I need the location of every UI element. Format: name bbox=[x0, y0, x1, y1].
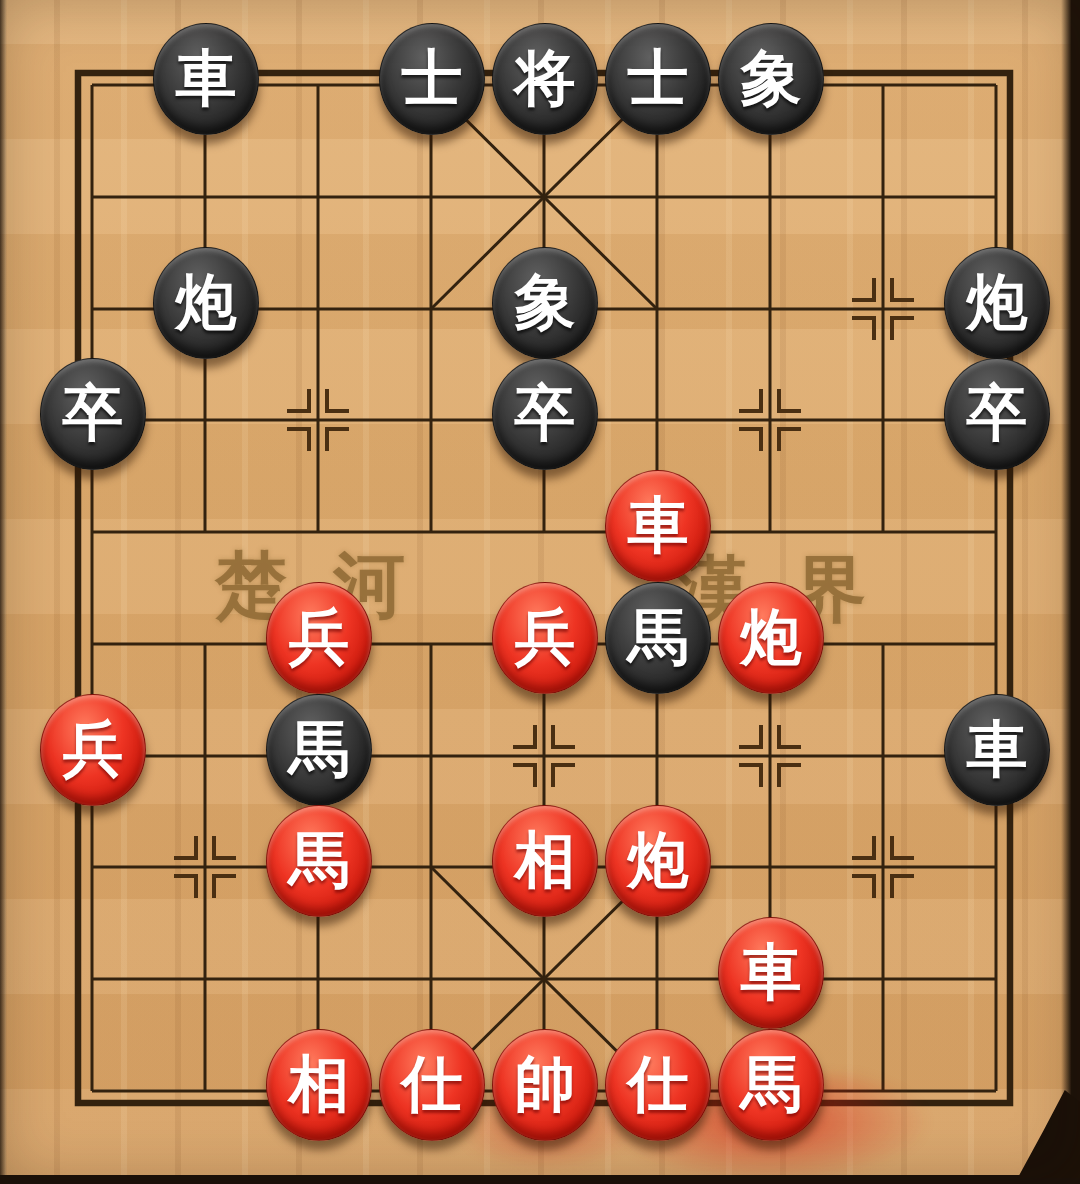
piece-glyph: 象 bbox=[741, 47, 802, 108]
piece-glyph: 仕 bbox=[628, 1053, 689, 1114]
piece-glyph: 仕 bbox=[402, 1053, 463, 1114]
piece-red-cannon[interactable]: 炮 bbox=[605, 805, 711, 917]
piece-black-cannon[interactable]: 炮 bbox=[944, 247, 1050, 359]
piece-glyph: 車 bbox=[741, 941, 802, 1002]
piece-glyph: 相 bbox=[289, 1053, 350, 1114]
piece-glyph: 兵 bbox=[289, 606, 350, 667]
piece-glyph: 炮 bbox=[967, 271, 1028, 332]
piece-glyph: 将 bbox=[515, 47, 576, 108]
piece-black-elephant[interactable]: 象 bbox=[492, 247, 598, 359]
piece-black-general[interactable]: 将 bbox=[492, 23, 598, 135]
pieces-layer: 車士将士象炮象炮卒卒卒車兵兵馬炮兵馬車馬相炮車相仕帥仕馬 bbox=[0, 0, 1080, 1184]
piece-black-chariot[interactable]: 車 bbox=[944, 694, 1050, 806]
piece-black-horse[interactable]: 馬 bbox=[266, 694, 372, 806]
piece-black-cannon[interactable]: 炮 bbox=[153, 247, 259, 359]
piece-red-horse[interactable]: 馬 bbox=[718, 1029, 824, 1141]
piece-glyph: 卒 bbox=[515, 382, 576, 443]
piece-red-advisor[interactable]: 仕 bbox=[605, 1029, 711, 1141]
piece-glyph: 馬 bbox=[628, 606, 689, 667]
piece-red-elephant[interactable]: 相 bbox=[266, 1029, 372, 1141]
piece-glyph: 士 bbox=[402, 47, 463, 108]
piece-glyph: 馬 bbox=[741, 1053, 802, 1114]
piece-glyph: 馬 bbox=[289, 829, 350, 890]
piece-glyph: 卒 bbox=[63, 382, 124, 443]
piece-red-chariot[interactable]: 車 bbox=[718, 917, 824, 1029]
piece-glyph: 象 bbox=[515, 271, 576, 332]
piece-glyph: 兵 bbox=[515, 606, 576, 667]
piece-red-horse[interactable]: 馬 bbox=[266, 805, 372, 917]
piece-black-soldier[interactable]: 卒 bbox=[40, 358, 146, 470]
piece-red-chariot[interactable]: 車 bbox=[605, 470, 711, 582]
piece-black-horse[interactable]: 馬 bbox=[605, 582, 711, 694]
piece-black-chariot[interactable]: 車 bbox=[153, 23, 259, 135]
piece-red-elephant[interactable]: 相 bbox=[492, 805, 598, 917]
piece-glyph: 車 bbox=[967, 718, 1028, 779]
piece-red-advisor[interactable]: 仕 bbox=[379, 1029, 485, 1141]
piece-glyph: 兵 bbox=[63, 718, 124, 779]
piece-black-advisor[interactable]: 士 bbox=[605, 23, 711, 135]
piece-red-king[interactable]: 帥 bbox=[492, 1029, 598, 1141]
piece-black-elephant[interactable]: 象 bbox=[718, 23, 824, 135]
piece-glyph: 炮 bbox=[741, 606, 802, 667]
piece-glyph: 炮 bbox=[628, 829, 689, 890]
piece-glyph: 車 bbox=[176, 47, 237, 108]
piece-glyph: 車 bbox=[628, 494, 689, 555]
piece-black-advisor[interactable]: 士 bbox=[379, 23, 485, 135]
piece-glyph: 相 bbox=[515, 829, 576, 890]
piece-black-soldier[interactable]: 卒 bbox=[944, 358, 1050, 470]
piece-glyph: 卒 bbox=[967, 382, 1028, 443]
piece-black-soldier[interactable]: 卒 bbox=[492, 358, 598, 470]
piece-red-soldier[interactable]: 兵 bbox=[40, 694, 146, 806]
piece-glyph: 帥 bbox=[515, 1053, 576, 1114]
xiangqi-board-photo: 楚河 漢界 車士将士象炮象炮卒卒卒車兵兵馬炮兵馬車馬相炮車相仕帥仕馬 bbox=[0, 0, 1080, 1184]
piece-red-soldier[interactable]: 兵 bbox=[266, 582, 372, 694]
piece-glyph: 炮 bbox=[176, 271, 237, 332]
piece-glyph: 士 bbox=[628, 47, 689, 108]
piece-glyph: 馬 bbox=[289, 718, 350, 779]
piece-red-soldier[interactable]: 兵 bbox=[492, 582, 598, 694]
piece-red-cannon[interactable]: 炮 bbox=[718, 582, 824, 694]
